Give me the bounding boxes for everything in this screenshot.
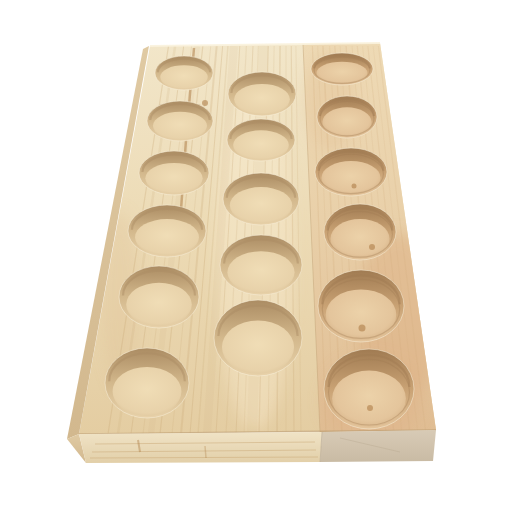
pit-C1[interactable] bbox=[311, 53, 373, 85]
pit-A6[interactable] bbox=[105, 348, 189, 418]
pit-A5[interactable] bbox=[119, 266, 199, 328]
pit-B1[interactable] bbox=[228, 72, 296, 116]
pit-C3[interactable] bbox=[315, 148, 387, 196]
pit-A1[interactable] bbox=[155, 56, 213, 90]
pit-C6[interactable] bbox=[324, 349, 414, 429]
product-photo-stage bbox=[0, 0, 510, 510]
pit-C4[interactable] bbox=[324, 204, 396, 260]
pit-C2[interactable] bbox=[317, 96, 377, 138]
pit-B5[interactable] bbox=[214, 300, 302, 376]
pit-A3[interactable] bbox=[139, 151, 209, 195]
pit-C5[interactable] bbox=[318, 270, 404, 342]
board-front-face-hardwood bbox=[320, 430, 436, 462]
pit-A4[interactable] bbox=[128, 205, 206, 257]
pit-B2[interactable] bbox=[227, 119, 295, 161]
wooden-tray-board bbox=[0, 0, 510, 510]
pit-B3[interactable] bbox=[223, 173, 299, 225]
pit-B4[interactable] bbox=[220, 235, 302, 295]
pit-A2[interactable] bbox=[147, 101, 213, 141]
